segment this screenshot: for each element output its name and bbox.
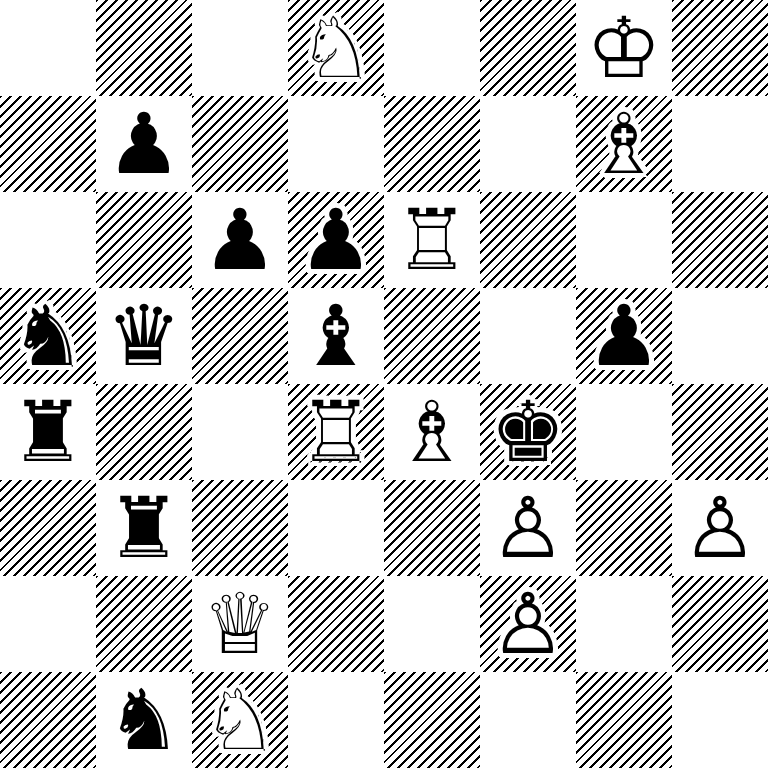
square-e8[interactable] — [384, 0, 480, 96]
square-f3[interactable]: ♟♙ — [480, 480, 576, 576]
square-d4[interactable]: ♜♖ — [288, 384, 384, 480]
square-g1[interactable] — [576, 672, 672, 768]
black-pawn-icon: ♟ — [576, 288, 672, 384]
black-rook-halo: ♜ — [96, 480, 192, 576]
square-b3[interactable]: ♜♜ — [96, 480, 192, 576]
square-h3[interactable]: ♟♙ — [672, 480, 768, 576]
white-knight-icon: ♘ — [288, 0, 384, 96]
square-g2[interactable] — [576, 576, 672, 672]
square-a3[interactable] — [0, 480, 96, 576]
square-c3[interactable] — [192, 480, 288, 576]
square-a6[interactable] — [0, 192, 96, 288]
white-rook-icon: ♖ — [384, 192, 480, 288]
square-d1[interactable] — [288, 672, 384, 768]
chess-board: ♞♘♚♔♟♟♝♗♟♟♟♟♜♖♞♞♛♛♝♝♟♟♜♜♜♖♝♗♚♚♜♜♟♙♟♙♛♕♟♙… — [0, 0, 768, 768]
black-rook-icon: ♜ — [0, 384, 96, 480]
white-rook-halo: ♜ — [384, 192, 480, 288]
black-king-icon: ♚ — [480, 384, 576, 480]
square-e1[interactable] — [384, 672, 480, 768]
square-c7[interactable] — [192, 96, 288, 192]
square-c4[interactable] — [192, 384, 288, 480]
square-f8[interactable] — [480, 0, 576, 96]
square-f6[interactable] — [480, 192, 576, 288]
square-h5[interactable] — [672, 288, 768, 384]
white-king-halo: ♚ — [576, 0, 672, 96]
black-knight-icon: ♞ — [96, 672, 192, 768]
white-pawn-icon: ♙ — [672, 480, 768, 576]
square-d6[interactable]: ♟♟ — [288, 192, 384, 288]
square-b2[interactable] — [96, 576, 192, 672]
black-queen-halo: ♛ — [96, 288, 192, 384]
black-pawn-icon: ♟ — [288, 192, 384, 288]
white-knight-halo: ♞ — [192, 672, 288, 768]
square-d3[interactable] — [288, 480, 384, 576]
square-b8[interactable] — [96, 0, 192, 96]
black-pawn-halo: ♟ — [288, 192, 384, 288]
square-c6[interactable]: ♟♟ — [192, 192, 288, 288]
square-d2[interactable] — [288, 576, 384, 672]
square-d5[interactable]: ♝♝ — [288, 288, 384, 384]
black-pawn-icon: ♟ — [192, 192, 288, 288]
white-bishop-icon: ♗ — [576, 96, 672, 192]
white-queen-icon: ♕ — [192, 576, 288, 672]
white-knight-icon: ♘ — [192, 672, 288, 768]
square-b6[interactable] — [96, 192, 192, 288]
square-e7[interactable] — [384, 96, 480, 192]
square-e4[interactable]: ♝♗ — [384, 384, 480, 480]
black-knight-icon: ♞ — [0, 288, 96, 384]
black-pawn-halo: ♟ — [576, 288, 672, 384]
square-b4[interactable] — [96, 384, 192, 480]
square-a2[interactable] — [0, 576, 96, 672]
square-a1[interactable] — [0, 672, 96, 768]
square-c2[interactable]: ♛♕ — [192, 576, 288, 672]
square-f2[interactable]: ♟♙ — [480, 576, 576, 672]
white-rook-icon: ♖ — [288, 384, 384, 480]
square-f4[interactable]: ♚♚ — [480, 384, 576, 480]
square-g7[interactable]: ♝♗ — [576, 96, 672, 192]
white-pawn-icon: ♙ — [480, 480, 576, 576]
square-b1[interactable]: ♞♞ — [96, 672, 192, 768]
square-f7[interactable] — [480, 96, 576, 192]
black-rook-halo: ♜ — [0, 384, 96, 480]
black-queen-icon: ♛ — [96, 288, 192, 384]
black-knight-halo: ♞ — [96, 672, 192, 768]
white-pawn-halo: ♟ — [480, 480, 576, 576]
white-knight-halo: ♞ — [288, 0, 384, 96]
white-bishop-icon: ♗ — [384, 384, 480, 480]
square-e3[interactable] — [384, 480, 480, 576]
black-knight-halo: ♞ — [0, 288, 96, 384]
square-e6[interactable]: ♜♖ — [384, 192, 480, 288]
white-queen-halo: ♛ — [192, 576, 288, 672]
square-g3[interactable] — [576, 480, 672, 576]
square-a8[interactable] — [0, 0, 96, 96]
square-a5[interactable]: ♞♞ — [0, 288, 96, 384]
square-h2[interactable] — [672, 576, 768, 672]
white-king-icon: ♔ — [576, 0, 672, 96]
square-c5[interactable] — [192, 288, 288, 384]
square-c8[interactable] — [192, 0, 288, 96]
black-rook-icon: ♜ — [96, 480, 192, 576]
square-h1[interactable] — [672, 672, 768, 768]
white-bishop-halo: ♝ — [384, 384, 480, 480]
square-a7[interactable] — [0, 96, 96, 192]
black-king-halo: ♚ — [480, 384, 576, 480]
white-bishop-halo: ♝ — [576, 96, 672, 192]
white-pawn-halo: ♟ — [480, 576, 576, 672]
white-pawn-halo: ♟ — [672, 480, 768, 576]
square-b5[interactable]: ♛♛ — [96, 288, 192, 384]
square-g5[interactable]: ♟♟ — [576, 288, 672, 384]
black-bishop-icon: ♝ — [288, 288, 384, 384]
white-rook-halo: ♜ — [288, 384, 384, 480]
square-g6[interactable] — [576, 192, 672, 288]
square-h4[interactable] — [672, 384, 768, 480]
black-pawn-halo: ♟ — [192, 192, 288, 288]
square-h7[interactable] — [672, 96, 768, 192]
square-h8[interactable] — [672, 0, 768, 96]
square-d7[interactable] — [288, 96, 384, 192]
square-a4[interactable]: ♜♜ — [0, 384, 96, 480]
square-f5[interactable] — [480, 288, 576, 384]
square-f1[interactable] — [480, 672, 576, 768]
square-d8[interactable]: ♞♘ — [288, 0, 384, 96]
square-c1[interactable]: ♞♘ — [192, 672, 288, 768]
square-g8[interactable]: ♚♔ — [576, 0, 672, 96]
white-pawn-icon: ♙ — [480, 576, 576, 672]
square-b7[interactable]: ♟♟ — [96, 96, 192, 192]
square-h6[interactable] — [672, 192, 768, 288]
square-e5[interactable] — [384, 288, 480, 384]
black-pawn-halo: ♟ — [96, 96, 192, 192]
square-e2[interactable] — [384, 576, 480, 672]
square-g4[interactable] — [576, 384, 672, 480]
black-bishop-halo: ♝ — [288, 288, 384, 384]
black-pawn-icon: ♟ — [96, 96, 192, 192]
